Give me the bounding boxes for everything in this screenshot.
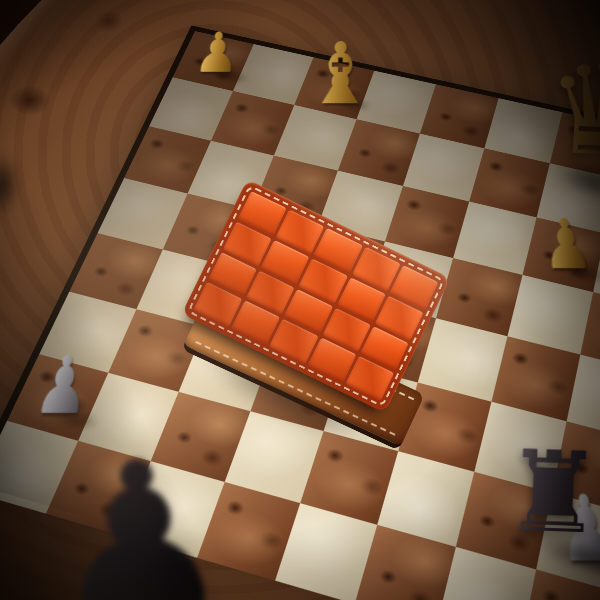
piece-silver-pawn-a2: ♟ <box>30 346 96 426</box>
piece-brass-pawn-a8: ♟ <box>192 25 242 80</box>
square-c8: ♝ <box>294 57 374 119</box>
dark-rook-offboard-piece: ♜ <box>495 434 600 550</box>
brass-queen-offboard-piece: ♛ <box>542 43 600 177</box>
scene-photo: ♟♝♟♟♟ ♛ ♜ ♟ <box>0 0 600 600</box>
piece-brass-bishop-c8: ♝ <box>305 31 375 116</box>
dark-pawn-foreground-piece: ♟ <box>43 432 228 600</box>
piece-brass-pawn-g6: ♟ <box>538 210 596 279</box>
